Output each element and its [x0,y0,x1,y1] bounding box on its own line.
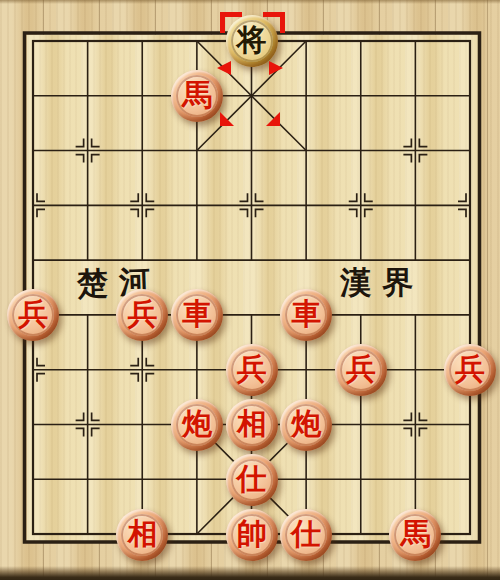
piece-glyph: 馬 [400,519,430,549]
piece-glyph: 車 [182,299,212,329]
piece-glyph: 相 [127,519,157,549]
piece-glyph: 相 [237,409,267,439]
piece-red-horse[interactable]: 馬 [389,509,441,561]
piece-red-soldier[interactable]: 兵 [335,344,387,396]
xiangqi-app: 楚河 漢界 将馬兵兵車車兵兵兵炮相炮仕相帥仕馬 [0,0,500,580]
piece-red-advisor[interactable]: 仕 [226,454,278,506]
piece-glyph: 兵 [346,354,376,384]
piece-red-elephant[interactable]: 相 [226,399,278,451]
piece-red-cannon[interactable]: 炮 [280,399,332,451]
piece-glyph: 炮 [182,409,212,439]
piece-glyph: 兵 [18,299,48,329]
wood-bottom-edge [0,566,500,580]
piece-glyph: 帥 [237,519,267,549]
target-arrow-down-right-icon [266,112,280,126]
piece-red-advisor[interactable]: 仕 [280,509,332,561]
piece-glyph: 将 [237,25,267,55]
target-arrow-left-icon [217,61,231,75]
piece-red-general[interactable]: 帥 [226,509,278,561]
river-label-han-boundary: 漢界 [340,265,424,299]
piece-glyph: 兵 [127,299,157,329]
piece-glyph: 兵 [455,354,485,384]
piece-glyph: 炮 [291,409,321,439]
piece-red-soldier[interactable]: 兵 [226,344,278,396]
piece-glyph: 車 [291,299,321,329]
piece-glyph: 兵 [237,354,267,384]
piece-glyph: 仕 [291,519,321,549]
piece-red-horse[interactable]: 馬 [171,70,223,122]
piece-glyph: 仕 [237,464,267,494]
piece-red-soldier[interactable]: 兵 [444,344,496,396]
piece-red-cannon[interactable]: 炮 [171,399,223,451]
target-arrow-right-icon [269,61,283,75]
piece-red-elephant[interactable]: 相 [116,509,168,561]
piece-glyph: 馬 [182,80,212,110]
target-arrow-down-left-icon [220,112,234,126]
